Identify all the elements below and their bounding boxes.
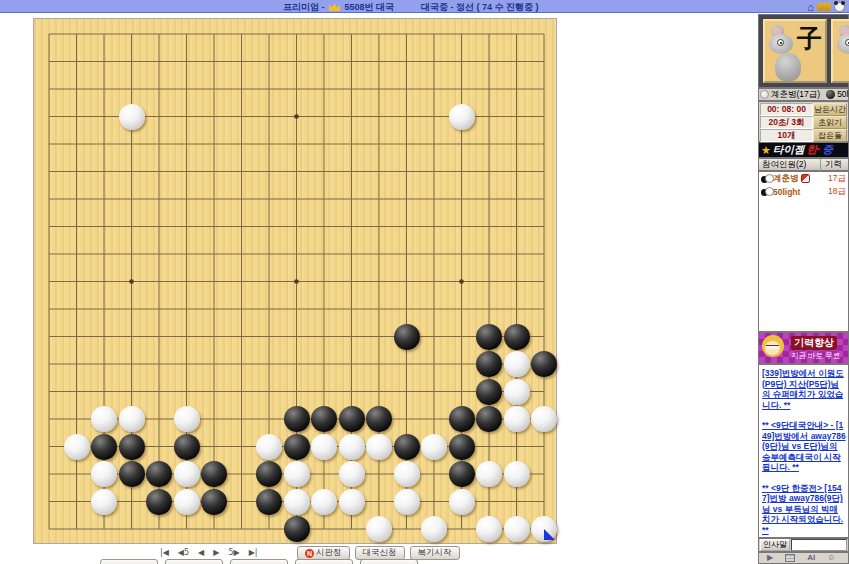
black-stone — [531, 351, 557, 377]
chat-message-link[interactable]: [339]번방에서 이원도(P9단) 지산(P5단)님의 슈퍼매치가 있었습니다… — [762, 368, 846, 410]
button-복기시작[interactable]: 복기시작 — [410, 546, 460, 560]
greeting-row: 인사말 — [758, 538, 849, 552]
white-stone — [174, 406, 200, 432]
title-status: 대국중 - 정선 ( 74 수 진행중 ) — [421, 2, 539, 12]
white-stone — [174, 489, 200, 515]
participant-name: 계춘병 — [773, 173, 799, 185]
chat-message-link[interactable]: ** <9단 한중전> [1547]번방 away786(9단)님 vs 부득님… — [762, 483, 846, 536]
black-stone — [284, 516, 310, 542]
white-stone — [421, 434, 447, 460]
avatar-glyph: 子 — [797, 22, 822, 55]
castle-icon[interactable] — [817, 2, 831, 11]
nav-5-button[interactable]: ◀5 — [178, 548, 189, 557]
black-stone — [201, 461, 227, 487]
go-board[interactable] — [33, 18, 557, 544]
title-prefix: 프리미엄 - — [283, 2, 325, 12]
white-stone — [504, 406, 530, 432]
white-stone — [504, 516, 530, 542]
emoticon-icon[interactable]: ☺ — [827, 553, 835, 563]
window-title: 프리미엄 - 5508번 대국 대국중 - 정선 ( 74 수 진행중 ) — [283, 1, 539, 14]
last-move-marker — [544, 529, 555, 540]
white-stone — [504, 379, 530, 405]
black-stone — [119, 461, 145, 487]
red-n-icon: N — [305, 549, 314, 558]
black-stone — [449, 434, 475, 460]
black-stone — [339, 406, 365, 432]
byoyomi-label: 초읽기 — [813, 116, 847, 129]
participant-rank: 18급 — [828, 186, 846, 198]
black-stone — [504, 324, 530, 350]
black-stone — [146, 489, 172, 515]
white-stone — [366, 516, 392, 542]
white-stone — [449, 489, 475, 515]
remaining-time-label: 남은시간 — [813, 103, 847, 116]
cutoff-button[interactable] — [100, 559, 158, 564]
ai-icon[interactable]: AI — [807, 553, 815, 563]
panda-icon[interactable] — [834, 2, 845, 12]
participants-header: 참여인원(2) 기력 — [758, 158, 849, 171]
white-stone — [64, 434, 90, 460]
white-stone — [394, 461, 420, 487]
action-buttons: N시판정대국신청복기시작 — [297, 546, 460, 560]
greeting-input[interactable] — [791, 539, 847, 551]
black-stone — [476, 351, 502, 377]
ad-girl-avatar — [761, 335, 787, 363]
white-player-name: 계춘병(17급) — [771, 89, 820, 101]
cutoff-button[interactable] — [360, 559, 418, 564]
white-stone-icon — [760, 90, 769, 99]
board-grid[interactable] — [35, 20, 558, 543]
black-stone — [394, 434, 420, 460]
captures-value: 10개 — [760, 129, 813, 142]
tygem-banner[interactable]: ★ 타이젬 한· 중 — [758, 142, 849, 158]
white-stone — [284, 461, 310, 487]
black-stone — [449, 461, 475, 487]
white-stone — [91, 406, 117, 432]
black-stone — [256, 489, 282, 515]
black-stone — [394, 324, 420, 350]
stones-pair-icon — [761, 187, 771, 196]
black-stone — [256, 461, 282, 487]
banner-text-red: 한· — [806, 143, 820, 157]
white-stone — [504, 351, 530, 377]
nav-5-button[interactable]: 5▶ — [228, 548, 239, 557]
chat-area[interactable]: [339]번방에서 이원도(P9단) 지산(P5단)님의 슈퍼매치가 있었습니다… — [758, 364, 849, 538]
nav--button[interactable]: ▶| — [249, 548, 258, 557]
white-stone — [366, 434, 392, 460]
black-stone — [284, 406, 310, 432]
black-stone — [476, 406, 502, 432]
trophy-icon: ★ — [761, 143, 771, 157]
button-대국신청[interactable]: 대국신청 — [355, 546, 405, 560]
white-stone — [174, 461, 200, 487]
remaining-time-value: 00: 08: 00 — [760, 103, 813, 116]
nav--button[interactable]: |◀ — [160, 548, 169, 557]
participant-name: 50light — [773, 187, 800, 197]
greeting-label-button[interactable]: 인사말 — [760, 539, 790, 551]
black-stone — [311, 406, 337, 432]
players-row: 계춘병(17급) 50light(18급) — [758, 88, 849, 101]
black-stone — [201, 489, 227, 515]
white-stone — [119, 406, 145, 432]
white-stone — [531, 406, 557, 432]
cutoff-button[interactable] — [295, 559, 353, 564]
white-stone — [476, 516, 502, 542]
white-stone — [311, 434, 337, 460]
white-stone — [421, 516, 447, 542]
black-stone — [449, 406, 475, 432]
participant-row[interactable]: 계춘병17급 — [759, 172, 848, 185]
white-stone — [531, 516, 557, 542]
ad-banner[interactable]: 기력향상 지금 바로 무료 — [758, 332, 849, 364]
white-stone — [476, 461, 502, 487]
mouse-eye — [777, 39, 784, 46]
participants-list[interactable]: 계춘병17급50light18급 — [758, 171, 849, 332]
move-nav-bar: |◀◀5◀▶5▶▶| — [160, 548, 258, 557]
cutoff-button[interactable] — [165, 559, 223, 564]
footer-icon-row: ▶ AI ☺ — [758, 552, 849, 564]
grid-icon[interactable] — [785, 554, 795, 562]
titlebar-icons: ⌂ — [807, 0, 845, 13]
white-stone — [91, 489, 117, 515]
nav--button[interactable]: ▶ — [213, 548, 219, 557]
participants-count-header: 참여인원(2) — [759, 159, 821, 171]
crown-icon — [329, 3, 340, 11]
white-stone — [256, 434, 282, 460]
ad-subline: 지금 바로 무료 — [791, 351, 840, 361]
white-stone — [394, 489, 420, 515]
title-bar: 프리미엄 - 5508번 대국 대국중 - 정선 ( 74 수 진행중 ) ⌂ — [0, 0, 849, 13]
mouse-body — [775, 53, 801, 81]
event-badge-icon — [801, 174, 810, 183]
rank-header: 기력 — [821, 159, 842, 171]
participant-row[interactable]: 50light18급 — [759, 185, 848, 198]
black-stone — [476, 324, 502, 350]
participant-rank: 17급 — [828, 173, 846, 185]
black-stone — [146, 461, 172, 487]
black-stone-icon — [826, 90, 835, 99]
black-stone — [174, 434, 200, 460]
black-player-name: 50light(18급) — [837, 89, 849, 101]
white-stone — [339, 434, 365, 460]
white-stone — [91, 461, 117, 487]
button-시판정[interactable]: N시판정 — [297, 546, 350, 560]
cutoff-button[interactable] — [230, 559, 288, 564]
byoyomi-value: 20초/ 3회 — [760, 116, 813, 129]
black-stone — [476, 379, 502, 405]
white-stone — [119, 104, 145, 130]
home-icon[interactable]: ⌂ — [807, 2, 814, 12]
play-icon[interactable]: ▶ — [767, 553, 773, 563]
white-stone — [339, 461, 365, 487]
mouse-eye — [845, 39, 849, 46]
chat-message-link[interactable]: ** <9단대국안내> - [149]번방에서 away786(9단)님 vs … — [762, 420, 846, 473]
nav--button[interactable]: ◀ — [198, 548, 204, 557]
black-stone — [284, 434, 310, 460]
black-stone — [366, 406, 392, 432]
ad-headline: 기력향상 — [791, 336, 837, 350]
white-stone — [284, 489, 310, 515]
stones-pair-icon — [761, 174, 771, 183]
white-stone — [311, 489, 337, 515]
avatar-black-player — [831, 19, 849, 83]
banner-text-blue: 중 — [822, 143, 833, 157]
white-stone — [449, 104, 475, 130]
banner-text: 타이젬 — [773, 143, 805, 157]
clock-panel: 00: 08: 00 남은시간 20초/ 3회 초읽기 10개 잡은돌 — [758, 101, 849, 142]
title-room: 5508번 대국 — [345, 2, 395, 12]
avatar-panel: 子 — [758, 14, 849, 88]
captures-label: 잡은돌 — [813, 129, 847, 142]
avatar-white-player: 子 — [763, 19, 827, 83]
black-stone — [119, 434, 145, 460]
white-stone — [339, 489, 365, 515]
sidebar: 子 계춘병(17급) 50light(18급) 00: 08: 00 남은시간 … — [758, 14, 849, 564]
secondary-buttons-cutoff — [100, 559, 418, 564]
black-stone — [91, 434, 117, 460]
white-stone — [504, 461, 530, 487]
